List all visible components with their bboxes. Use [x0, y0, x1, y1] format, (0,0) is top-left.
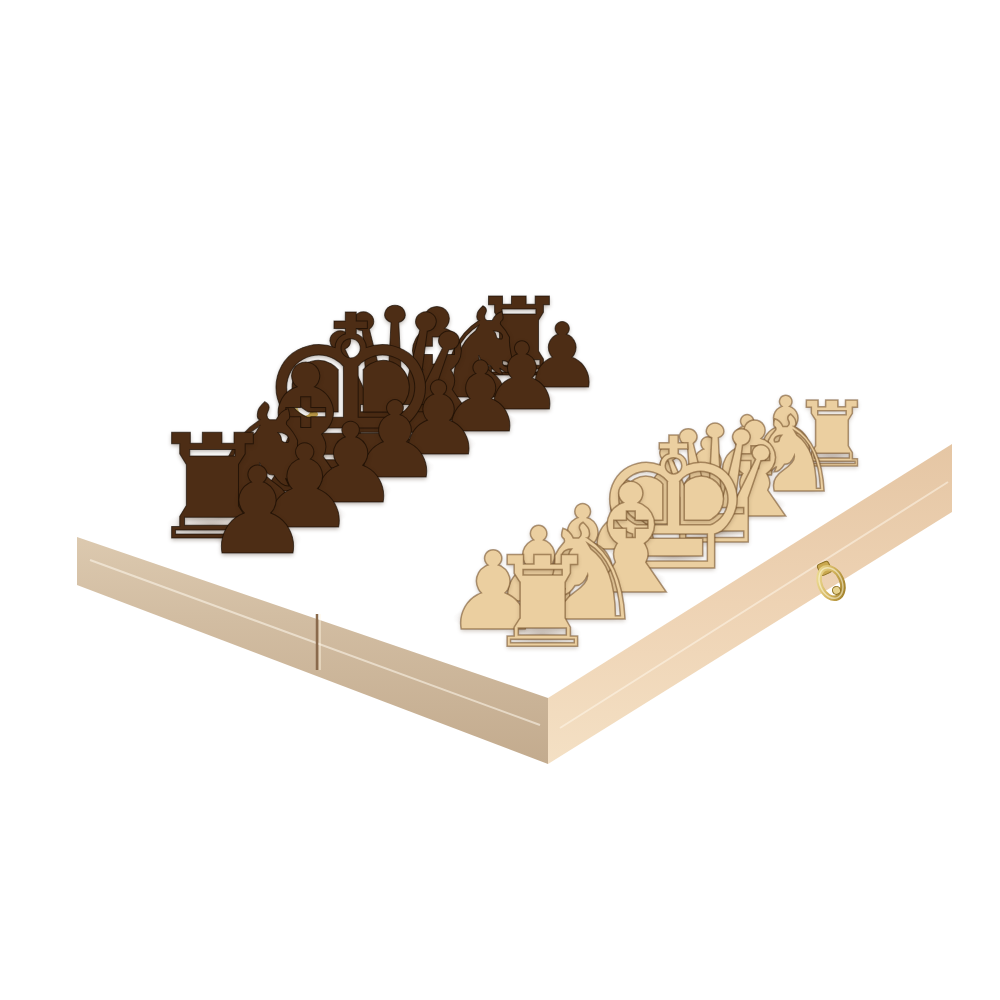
- product-photo-stage: Wooden folding chess set photographed on…: [0, 0, 1000, 1000]
- piece-black-pawn-h7: ♟: [204, 451, 312, 572]
- piece-white-rook-h1: ♜: [486, 541, 598, 666]
- pieces-layer: ♜♟♞♟♝♟♛♟♟♚♜♟♟♝♞♟♟♞♝♟♟♜♛♟♟♚♟♝♟♞♟♜: [0, 0, 1000, 1000]
